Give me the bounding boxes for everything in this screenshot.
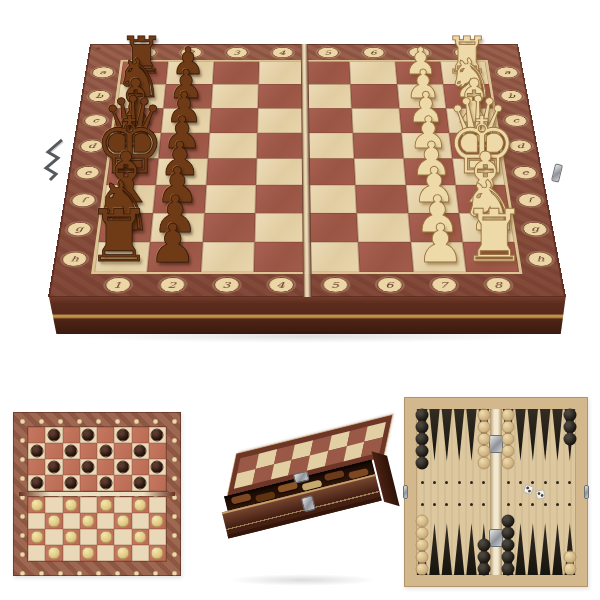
- board-square: [305, 133, 354, 159]
- board-square: [395, 62, 443, 85]
- checkers-square: [149, 475, 166, 491]
- latch-icon: [551, 163, 563, 182]
- checkers-piece-light: [65, 531, 78, 544]
- checkers-piece-dark: [134, 445, 147, 458]
- checkers-piece-dark: [82, 429, 95, 442]
- board-square: [354, 158, 405, 185]
- checkers-square: [149, 529, 166, 545]
- checkers-piece-dark: [116, 461, 129, 474]
- pip-dot: [556, 503, 559, 506]
- checkers-square: [63, 427, 80, 443]
- backgammon-checker-natural: [477, 457, 490, 470]
- checkers-square: [114, 513, 131, 529]
- board-square: [106, 158, 159, 185]
- checkers-piece-light: [116, 515, 129, 528]
- board-square: [258, 84, 305, 108]
- board-square: [357, 213, 410, 242]
- checkers-square: [132, 545, 149, 561]
- pip-dot: [421, 503, 424, 506]
- checkers-square: [63, 513, 80, 529]
- coordinate-label: 5: [317, 47, 339, 58]
- checkers-board: [13, 412, 181, 576]
- backgammon-checker-black: [477, 563, 490, 576]
- box-side-band: [46, 295, 567, 334]
- checkers-piece-dark: [134, 477, 147, 490]
- board-square: [410, 242, 466, 272]
- stored-piece: [324, 470, 345, 482]
- checkers-piece-light: [82, 515, 95, 528]
- checkers-piece-dark: [151, 429, 164, 442]
- checkers-piece-dark: [30, 445, 43, 458]
- backgammon-checker-natural: [416, 539, 429, 552]
- checkers-square: [28, 475, 45, 491]
- board-square: [211, 84, 259, 108]
- checkers-square: [45, 529, 62, 545]
- board-square: [304, 84, 351, 108]
- board-square: [110, 133, 161, 159]
- backgammon-board: [404, 397, 588, 587]
- checkers-square: [149, 427, 166, 443]
- checkers-piece-dark: [82, 461, 95, 474]
- board-square: [147, 242, 202, 272]
- board-square: [462, 242, 519, 272]
- checkers-square: [97, 529, 114, 545]
- board-square: [206, 158, 257, 185]
- board-square: [159, 133, 209, 159]
- checkers-square: [45, 443, 62, 459]
- board-square: [102, 185, 156, 213]
- checkers-piece-light: [65, 499, 78, 512]
- coordinate-label: 5: [322, 277, 348, 292]
- checkers-square: [28, 513, 45, 529]
- checkers-square: [114, 529, 131, 545]
- board-square: [256, 158, 306, 185]
- checkers-square: [80, 529, 97, 545]
- backgammon-checker-natural: [416, 563, 429, 576]
- pip-dot: [556, 481, 559, 484]
- backgammon-checker-natural: [563, 551, 576, 564]
- coordinate-label: 4: [271, 47, 293, 58]
- board-square: [399, 108, 449, 133]
- board-square: [353, 133, 403, 159]
- metal-clasp-icon: [42, 138, 68, 182]
- board-square: [401, 133, 452, 159]
- pip-dot: [544, 481, 547, 484]
- checkers-square: [114, 545, 131, 561]
- board-square: [305, 158, 355, 185]
- backgammon-checker-black: [563, 433, 576, 446]
- board-square: [257, 108, 305, 133]
- board-square: [306, 185, 357, 213]
- board-square: [255, 185, 306, 213]
- checkers-square: [114, 459, 131, 475]
- checkers-square: [114, 427, 131, 443]
- checkers-square: [114, 497, 131, 513]
- checkers-piece-dark: [30, 477, 43, 490]
- board-square: [403, 158, 455, 185]
- board-square: [256, 133, 305, 159]
- checkers-piece-light: [116, 547, 129, 560]
- board-square: [304, 62, 350, 85]
- checkers-bottom-half: [27, 496, 167, 562]
- board-square: [305, 108, 353, 133]
- coordinate-label: 3: [213, 277, 239, 292]
- checkers-square: [28, 459, 45, 475]
- checkers-piece-light: [99, 499, 112, 512]
- board-square: [209, 108, 258, 133]
- checkers-square: [97, 427, 114, 443]
- checkers-piece-dark: [151, 461, 164, 474]
- checkers-square: [28, 443, 45, 459]
- checkers-square: [45, 427, 62, 443]
- checkers-square: [80, 497, 97, 513]
- board-square: [156, 158, 208, 185]
- checkers-piece-light: [99, 531, 112, 544]
- board-square: [443, 84, 493, 108]
- chess-board-3d: 11aa22bb33cc44dd55ee66ff77gg88hh: [48, 44, 566, 297]
- checkers-square: [80, 513, 97, 529]
- checkers-top-half: [27, 426, 167, 492]
- folded-box-body: [199, 417, 403, 541]
- checkers-piece-dark: [65, 445, 78, 458]
- board-square: [200, 242, 254, 272]
- checkers-square: [114, 475, 131, 491]
- coordinate-label: 6: [362, 47, 384, 58]
- side-latch-icon: [403, 485, 408, 499]
- board-square: [306, 213, 358, 242]
- checkers-piece-light: [151, 515, 164, 528]
- checkers-square: [132, 475, 149, 491]
- checkers-square: [97, 459, 114, 475]
- checkers-piece-light: [30, 499, 43, 512]
- pip-dot: [470, 481, 473, 484]
- backgammon-checker-black: [502, 527, 515, 540]
- board-square: [358, 242, 413, 272]
- board-square: [397, 84, 446, 108]
- checkers-square: [97, 443, 114, 459]
- board-square: [202, 213, 255, 242]
- backgammon-checker-black: [477, 539, 490, 552]
- checkers-square: [28, 545, 45, 561]
- board-square: [356, 185, 408, 213]
- backgammon-checker-black: [502, 515, 515, 528]
- checkers-square: [132, 497, 149, 513]
- checkers-piece-dark: [65, 477, 78, 490]
- backgammon-checker-natural: [502, 457, 515, 470]
- checkers-square: [97, 497, 114, 513]
- checkers-square: [149, 443, 166, 459]
- backgammon-checker-black: [502, 551, 515, 564]
- backgammon-checker-black: [477, 551, 490, 564]
- backgammon-center-bar: [490, 409, 502, 575]
- checkers-square: [132, 513, 149, 529]
- board-square: [459, 213, 515, 242]
- board-square: [150, 213, 204, 242]
- checkers-square: [114, 443, 131, 459]
- checkers-square: [80, 475, 97, 491]
- backgammon-checker-natural: [416, 551, 429, 564]
- checkers-piece-dark: [47, 429, 60, 442]
- checkers-square: [132, 427, 149, 443]
- board-square: [117, 84, 166, 108]
- pip-dot: [458, 481, 461, 484]
- checkers-piece-dark: [116, 429, 129, 442]
- coordinate-label: 3: [225, 47, 247, 58]
- pip-dot: [421, 481, 424, 484]
- board-square: [212, 62, 259, 85]
- board-square: [350, 62, 397, 85]
- board-square: [166, 62, 214, 85]
- coordinate-label: 2: [180, 47, 202, 58]
- coordinate-label: 4: [268, 277, 294, 292]
- dice-icon: [535, 489, 546, 500]
- board-square: [208, 133, 258, 159]
- board-square: [449, 133, 501, 159]
- pip-dot: [433, 503, 436, 506]
- board-square: [258, 62, 304, 85]
- checkers-square: [63, 529, 80, 545]
- checkers-square: [149, 459, 166, 475]
- checkers-square: [132, 459, 149, 475]
- checkers-square: [63, 475, 80, 491]
- backgammon-checker-black: [502, 539, 515, 552]
- board-square: [408, 213, 462, 242]
- board-square: [405, 185, 458, 213]
- board-square: [153, 185, 206, 213]
- checkers-square: [63, 443, 80, 459]
- checkers-piece-dark: [99, 477, 112, 490]
- board-square: [351, 84, 399, 108]
- checkers-square: [63, 497, 80, 513]
- checkers-piece-light: [30, 531, 43, 544]
- checkers-square: [97, 475, 114, 491]
- checkers-square: [97, 545, 114, 561]
- box-shadow: [228, 574, 378, 586]
- board-square: [161, 108, 210, 133]
- checkers-square: [28, 497, 45, 513]
- checkers-square: [80, 545, 97, 561]
- checkers-square: [45, 459, 62, 475]
- checkers-piece-light: [47, 547, 60, 560]
- board-square: [452, 158, 505, 185]
- backgammon-checker-natural: [416, 515, 429, 528]
- coordinate-label: b: [499, 90, 523, 101]
- board-square: [204, 185, 256, 213]
- checkers-square: [149, 513, 166, 529]
- checkers-square: [132, 443, 149, 459]
- board-square: [120, 62, 168, 85]
- checkers-square: [80, 459, 97, 475]
- board-square: [440, 62, 489, 85]
- checkers-square: [132, 529, 149, 545]
- board-square: [98, 213, 153, 242]
- board-square: [306, 242, 359, 272]
- pip-dot: [519, 503, 522, 506]
- board-square: [446, 108, 497, 133]
- checkers-square: [63, 545, 80, 561]
- backgammon-checker-black: [416, 457, 429, 470]
- pip-dot: [507, 503, 510, 506]
- board-square: [164, 84, 213, 108]
- side-latch-icon: [584, 485, 589, 499]
- pip-dot: [507, 481, 510, 484]
- checkers-piece-dark: [99, 445, 112, 458]
- board-square: [94, 242, 150, 272]
- product-photo: 11aa22bb33cc44dd55ee66ff77gg88hh ♜♞♝♛♚♝♞…: [0, 0, 600, 600]
- board-square: [455, 185, 509, 213]
- backgammon-checker-black: [502, 563, 515, 576]
- checkers-piece-dark: [47, 461, 60, 474]
- checkers-piece-light: [151, 547, 164, 560]
- checkers-square: [149, 545, 166, 561]
- checkers-square: [45, 545, 62, 561]
- checkers-piece-light: [134, 531, 147, 544]
- checkers-piece-light: [82, 547, 95, 560]
- checkers-square: [97, 513, 114, 529]
- coordinate-label: c: [503, 114, 528, 126]
- board-square: [254, 213, 306, 242]
- checkers-square: [45, 497, 62, 513]
- checkers-square: [80, 427, 97, 443]
- board-square: [352, 108, 401, 133]
- pip-dot: [433, 481, 436, 484]
- backgammon-checker-natural: [563, 563, 576, 576]
- checkers-square: [28, 427, 45, 443]
- folded-chess-box: [208, 446, 403, 591]
- board-shadow: [70, 329, 540, 343]
- stored-piece: [231, 493, 252, 505]
- checkers-square: [45, 513, 62, 529]
- board-square: [254, 242, 307, 272]
- coordinate-label: a: [495, 67, 519, 78]
- checkers-piece-light: [47, 515, 60, 528]
- checkers-square: [28, 529, 45, 545]
- pip-dot: [519, 481, 522, 484]
- checkers-square: [149, 497, 166, 513]
- pip-dot: [458, 503, 461, 506]
- board-square: [113, 108, 163, 133]
- pip-dot: [470, 503, 473, 506]
- checkers-square: [63, 459, 80, 475]
- checkers-square: [45, 475, 62, 491]
- coordinate-label: 6: [376, 277, 403, 292]
- pip-dot: [544, 503, 547, 506]
- backgammon-checker-natural: [416, 527, 429, 540]
- checkers-piece-light: [134, 499, 147, 512]
- checkers-square: [80, 443, 97, 459]
